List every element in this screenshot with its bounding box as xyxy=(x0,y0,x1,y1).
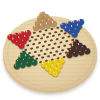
marble-yellow[interactable]: ● xyxy=(51,69,59,78)
chinese-checkers-photo: ●●●●●●●●●●●●●●●●●●●●●●●●●●●●●●●●●●●●●●●●… xyxy=(0,0,100,100)
board-cell: ● xyxy=(52,72,59,77)
